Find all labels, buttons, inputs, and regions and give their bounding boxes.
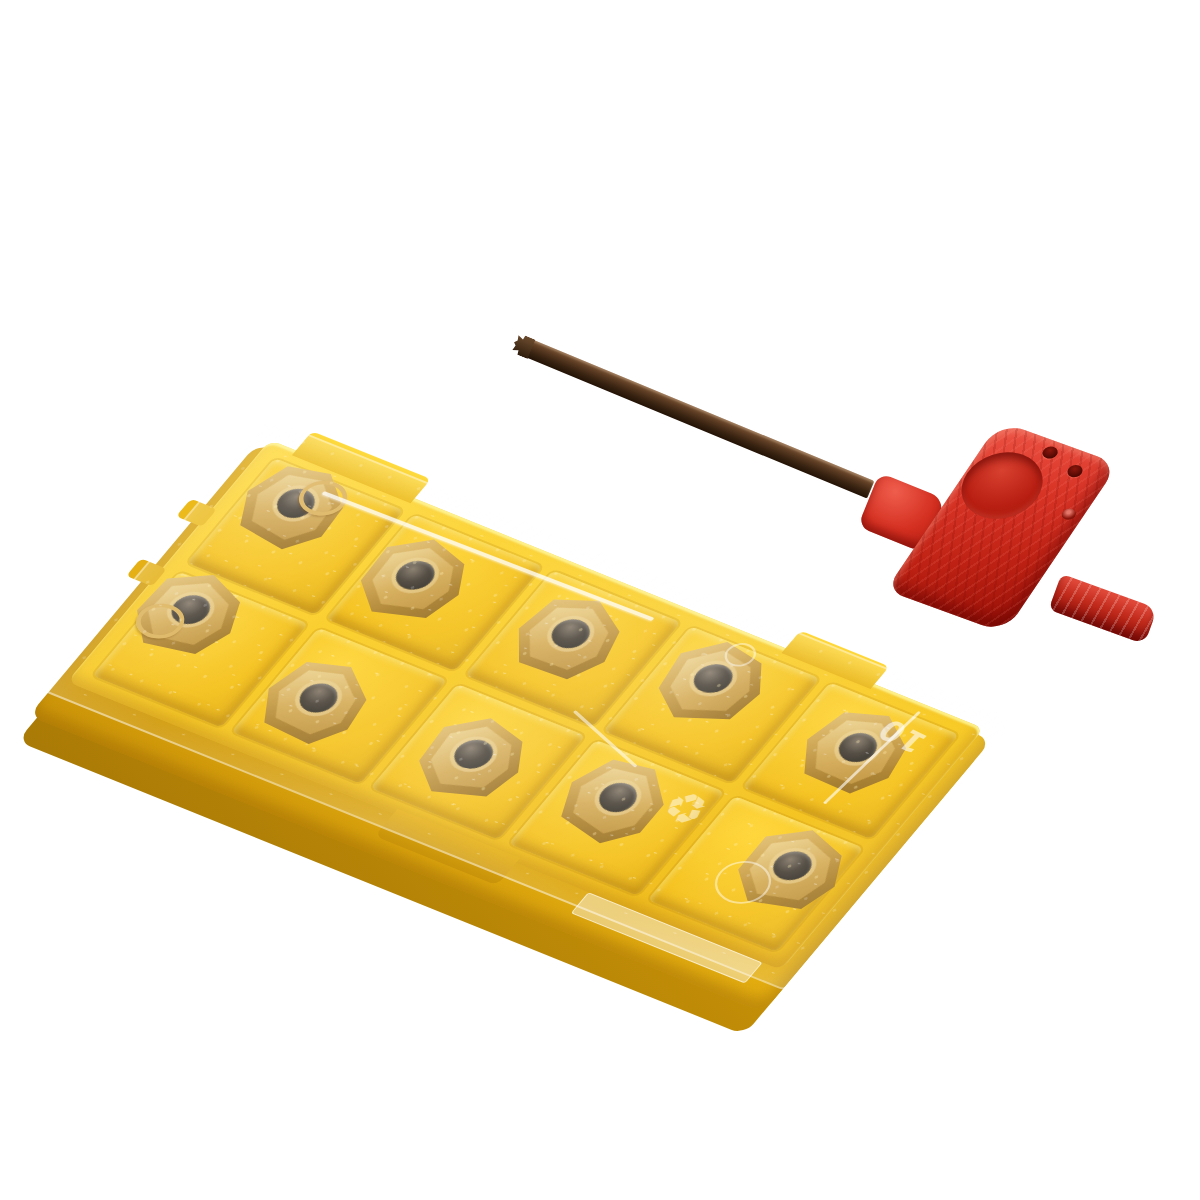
torx-shaft	[523, 339, 874, 499]
torx-tip	[510, 332, 536, 359]
torx-key	[0, 0, 1200, 1200]
handle-circular-recess	[947, 442, 1058, 529]
handle-side-hole	[1059, 507, 1078, 522]
handle-hole	[1040, 445, 1061, 461]
handle-hole	[1065, 463, 1086, 479]
handle-stub	[1049, 574, 1158, 645]
product-photo-scene: 10 ♻	[0, 0, 1200, 1200]
